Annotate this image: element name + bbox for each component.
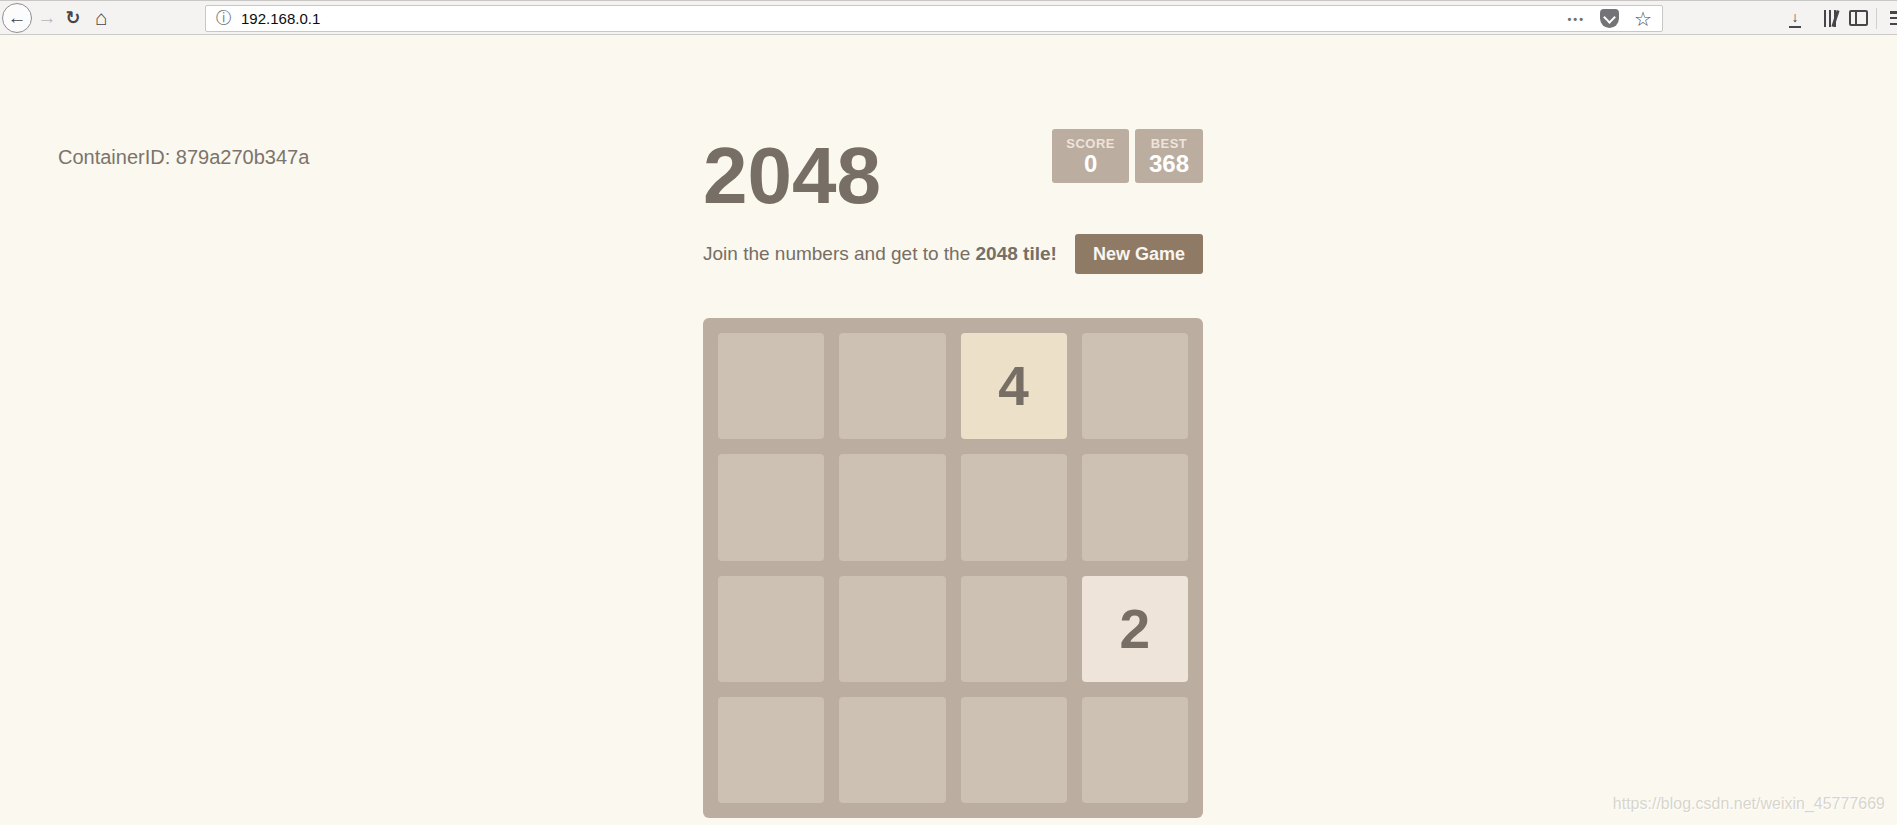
empty-cell: [1082, 454, 1188, 560]
sidebar-icon[interactable]: [1849, 10, 1868, 26]
hamburger-menu-icon[interactable]: [1890, 10, 1897, 26]
site-info-icon[interactable]: ⓘ: [216, 8, 232, 29]
page-title: 2048: [703, 140, 881, 212]
tile-2: 2: [1082, 576, 1188, 682]
empty-cell: [839, 576, 945, 682]
intro-text: Join the numbers and get to the 2048 til…: [703, 243, 1057, 264]
empty-cell: [718, 697, 824, 803]
back-icon[interactable]: ←: [2, 3, 32, 33]
empty-cell: [839, 697, 945, 803]
bookmark-star-icon[interactable]: ☆: [1634, 9, 1652, 29]
new-game-button[interactable]: New Game: [1075, 234, 1203, 274]
forward-icon[interactable]: →: [36, 7, 58, 29]
empty-cell: [1082, 697, 1188, 803]
toolbar-divider: [1876, 8, 1877, 29]
empty-cell: [961, 697, 1067, 803]
score-box: SCORE 0: [1052, 129, 1129, 183]
url-bar[interactable]: ⓘ 192.168.0.1 ••• ☆: [205, 5, 1663, 32]
tile-4: 4: [961, 333, 1067, 439]
reload-icon[interactable]: ↻: [62, 7, 84, 29]
board-grid[interactable]: 42: [703, 318, 1203, 818]
container-id-text: ContainerID: 879a270b347a: [58, 146, 309, 169]
best-box: BEST 368: [1135, 129, 1203, 183]
watermark-text: https://blog.csdn.net/weixin_45777669: [1613, 795, 1885, 813]
download-arrow: ↓: [1792, 9, 1799, 25]
empty-cell: [718, 454, 824, 560]
best-value: 368: [1149, 151, 1189, 177]
home-icon[interactable]: ⌂: [90, 6, 112, 30]
scores-container: SCORE 0 BEST 368: [1052, 129, 1203, 183]
empty-cell: [839, 333, 945, 439]
pocket-icon[interactable]: [1600, 9, 1619, 28]
empty-cell: [961, 454, 1067, 560]
best-label: BEST: [1151, 136, 1188, 151]
empty-cell: [961, 576, 1067, 682]
browser-toolbar: ← → ↻ ⌂ ⓘ 192.168.0.1 ••• ☆ ↓: [0, 0, 1897, 35]
url-bar-actions: ••• ☆: [1568, 9, 1653, 29]
score-label: SCORE: [1066, 136, 1115, 151]
url-text[interactable]: 192.168.0.1: [241, 10, 320, 27]
intro-text-bold: 2048 tile!: [976, 243, 1057, 264]
empty-cell: [718, 576, 824, 682]
page-actions-icon[interactable]: •••: [1568, 13, 1586, 25]
intro-text-plain: Join the numbers and get to the: [703, 243, 976, 264]
score-value: 0: [1084, 151, 1097, 177]
empty-cell: [718, 333, 824, 439]
empty-cell: [1082, 333, 1188, 439]
empty-cell: [839, 454, 945, 560]
library-icon[interactable]: [1820, 9, 1840, 27]
downloads-icon[interactable]: ↓: [1786, 7, 1804, 29]
